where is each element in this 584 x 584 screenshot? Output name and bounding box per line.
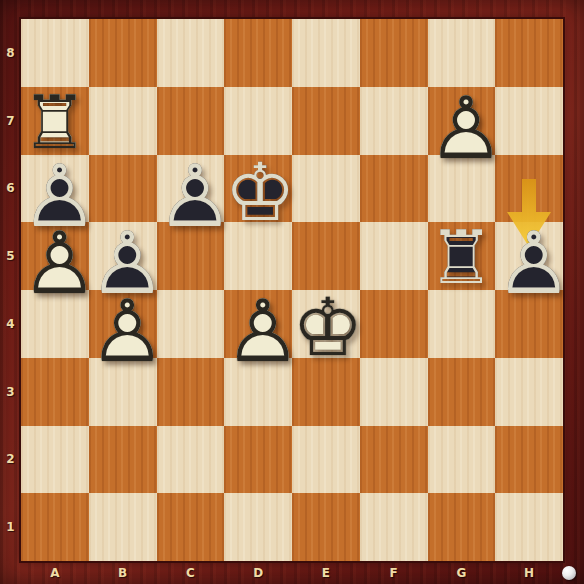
board-frame: ♜♖♟♙♟♙♟♙♚♔♟♙♟♙♜♖♟♙♟♙♟♙♚♔ 87654321 ABCDEF… [0, 0, 584, 584]
rook-glyph-outline: ♖ [22, 85, 88, 159]
piece-black-pawn-a6[interactable]: ♟♙ [21, 155, 89, 223]
rank-label-8: 8 [0, 19, 21, 87]
rank-label-2: 2 [0, 426, 21, 494]
piece-white-king-e4[interactable]: ♚♔ [292, 290, 360, 358]
pawn-glyph-outline: ♙ [21, 220, 98, 306]
pawn-glyph-fill: ♟ [428, 85, 505, 171]
piece-white-pawn-a5[interactable]: ♟♙ [21, 222, 89, 290]
piece-black-pawn-b5[interactable]: ♟♙ [89, 222, 157, 290]
pawn-glyph-fill: ♟ [89, 288, 166, 374]
pawn-glyph-fill: ♟ [21, 220, 98, 306]
king-glyph-outline: ♔ [292, 288, 364, 368]
rook-glyph-fill: ♜ [22, 85, 88, 159]
pieces-layer: ♜♖♟♙♟♙♟♙♚♔♟♙♟♙♜♖♟♙♟♙♟♙♚♔ [21, 19, 563, 561]
file-label-a: A [21, 561, 89, 584]
piece-white-pawn-d4[interactable]: ♟♙ [224, 290, 292, 358]
file-label-e: E [292, 561, 360, 584]
rank-labels: 87654321 [0, 19, 21, 561]
rank-label-6: 6 [0, 155, 21, 223]
piece-black-rook-g5[interactable]: ♜♖ [428, 222, 496, 290]
piece-white-pawn-g7[interactable]: ♟♙ [428, 87, 496, 155]
pawn-glyph-fill: ♟ [157, 153, 234, 239]
pawn-glyph-fill: ♟ [224, 288, 301, 374]
rank-label-4: 4 [0, 290, 21, 358]
pawn-glyph-outline: ♙ [224, 288, 301, 374]
pawn-glyph-outline: ♙ [89, 288, 166, 374]
piece-black-pawn-c6[interactable]: ♟♙ [157, 155, 225, 223]
file-label-c: C [157, 561, 225, 584]
pawn-glyph-outline: ♙ [428, 85, 505, 171]
king-glyph-fill: ♚ [224, 153, 296, 233]
rank-label-3: 3 [0, 358, 21, 426]
pawn-glyph-fill: ♟ [495, 220, 572, 306]
pawn-glyph-outline: ♙ [157, 153, 234, 239]
file-label-h: H [495, 561, 563, 584]
rook-glyph-fill: ♜ [428, 220, 494, 294]
rank-label-1: 1 [0, 493, 21, 561]
file-labels: ABCDEFGH [21, 561, 563, 584]
rook-glyph-outline: ♖ [428, 220, 494, 294]
piece-white-rook-a7[interactable]: ♜♖ [21, 87, 89, 155]
file-label-f: F [360, 561, 428, 584]
piece-black-pawn-h5[interactable]: ♟♙ [495, 222, 563, 290]
piece-black-king-d6[interactable]: ♚♔ [224, 155, 292, 223]
white-to-move-indicator [562, 566, 576, 580]
king-glyph-fill: ♚ [292, 288, 364, 368]
file-label-g: G [428, 561, 496, 584]
piece-white-pawn-b4[interactable]: ♟♙ [89, 290, 157, 358]
file-label-d: D [224, 561, 292, 584]
rank-label-7: 7 [0, 87, 21, 155]
rank-label-5: 5 [0, 222, 21, 290]
pawn-glyph-outline: ♙ [495, 220, 572, 306]
file-label-b: B [89, 561, 157, 584]
king-glyph-outline: ♔ [224, 153, 296, 233]
